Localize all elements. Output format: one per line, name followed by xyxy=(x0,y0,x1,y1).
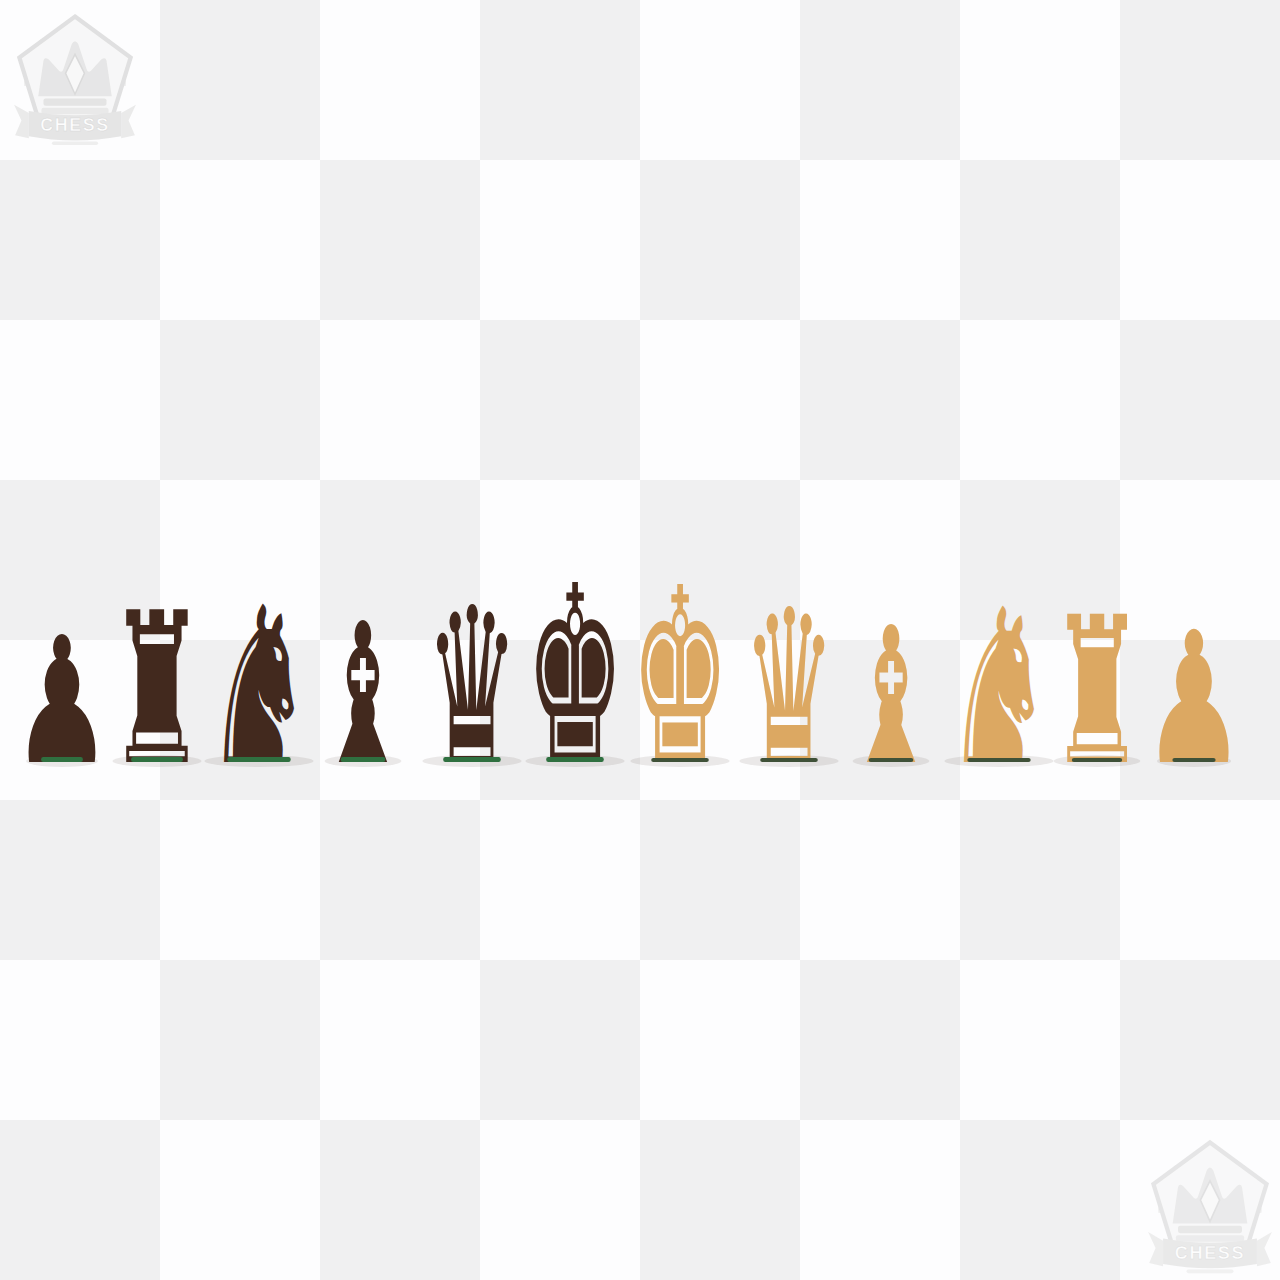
piece-felt-base xyxy=(227,757,290,762)
piece-dark-knight: ♞ xyxy=(204,560,314,814)
piece-dark-queen: ♛ xyxy=(425,561,518,813)
piece-light-bishop: ♝ xyxy=(845,587,938,807)
piece-light-pawn: ♟ xyxy=(1142,592,1245,805)
piece-felt-base xyxy=(1172,758,1215,762)
product-photo-stage: ♟ ♟ CHESS ♟ ♟ CHESS xyxy=(0,0,1280,1280)
piece-felt-base xyxy=(869,758,914,762)
pieces-group: ♟♜♞♝♛♚♚♛♝♞♜♟ xyxy=(12,532,1246,820)
piece-light-knight: ♞ xyxy=(944,563,1054,812)
piece-felt-base xyxy=(546,757,604,762)
piece-light-queen: ♛ xyxy=(742,564,835,813)
piece-dark-bishop: ♝ xyxy=(317,581,410,808)
piece-felt-base xyxy=(131,757,183,762)
chess-pieces-lineup: ♟♜♞♝♛♚♚♛♝♞♜♟ xyxy=(0,0,1280,1280)
piece-dark-pawn: ♟ xyxy=(12,600,112,804)
piece-felt-base xyxy=(651,758,709,762)
piece-felt-base xyxy=(967,758,1030,762)
piece-felt-base xyxy=(443,757,501,762)
piece-light-king: ♚ xyxy=(630,536,730,820)
piece-felt-base xyxy=(760,758,818,762)
piece-dark-rook: ♜ xyxy=(108,568,206,811)
piece-felt-base xyxy=(1072,758,1122,762)
piece-light-rook: ♜ xyxy=(1049,574,1144,810)
piece-dark-king: ♚ xyxy=(525,532,625,820)
piece-felt-base xyxy=(341,757,386,762)
piece-felt-base xyxy=(41,757,83,762)
